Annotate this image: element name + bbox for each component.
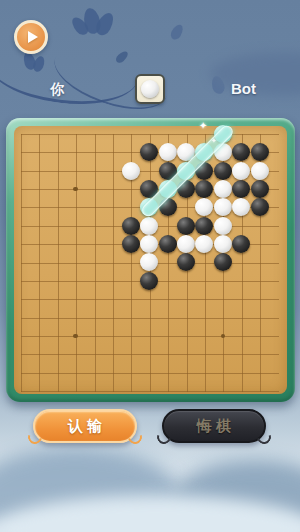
board-cell[interactable] (11, 253, 29, 271)
white-stone (214, 198, 232, 216)
board-cell[interactable] (177, 143, 195, 161)
board-cell[interactable] (48, 290, 66, 308)
flower-petal-decoration (81, 7, 102, 36)
board-cell[interactable] (232, 217, 250, 235)
board-cell[interactable] (85, 198, 103, 216)
board-cell[interactable] (85, 217, 103, 235)
board-cell[interactable] (48, 253, 66, 271)
board-cell[interactable] (177, 308, 195, 326)
board-cell[interactable] (103, 161, 121, 179)
board-cell[interactable] (11, 308, 29, 326)
board-cell[interactable] (103, 363, 121, 381)
board-cell[interactable] (232, 180, 250, 198)
board-cell[interactable] (48, 327, 66, 345)
board-cell[interactable] (30, 217, 48, 235)
white-stone (177, 235, 195, 253)
board-cell[interactable] (85, 272, 103, 290)
board-cell[interactable] (103, 253, 121, 271)
white-stone (140, 198, 158, 216)
board-cell[interactable] (250, 143, 268, 161)
board-cell[interactable] (250, 253, 268, 271)
board-cell[interactable] (103, 217, 121, 235)
black-stone (177, 217, 195, 235)
board-cell[interactable] (177, 125, 195, 143)
board-cell[interactable] (140, 363, 158, 381)
board-cell[interactable] (48, 180, 66, 198)
board-grid[interactable] (11, 125, 287, 400)
board-cell[interactable] (30, 161, 48, 179)
mist-mountain-decoration (0, 448, 180, 532)
flower-petal-decoration (69, 14, 91, 37)
board-cell[interactable] (158, 327, 176, 345)
board-cell[interactable] (85, 143, 103, 161)
board-cell[interactable] (214, 235, 232, 253)
white-stone (214, 180, 232, 198)
board-cell[interactable] (122, 253, 140, 271)
board-cell[interactable] (85, 308, 103, 326)
white-stone (251, 162, 269, 180)
board-cell[interactable] (122, 327, 140, 345)
board-cell[interactable] (232, 161, 250, 179)
board-cell[interactable] (250, 345, 268, 363)
board-cell[interactable] (232, 143, 250, 161)
board-cell[interactable] (122, 272, 140, 290)
board-cell[interactable] (48, 272, 66, 290)
black-stone (122, 217, 140, 235)
board-cell[interactable] (140, 308, 158, 326)
undo-button[interactable]: 悔棋 (162, 409, 266, 443)
board-cell[interactable] (85, 180, 103, 198)
flower-petal-decoration (93, 10, 117, 38)
board-cell[interactable] (11, 125, 29, 143)
board-cell[interactable] (140, 198, 158, 216)
board-cell[interactable] (232, 308, 250, 326)
board-cell[interactable] (103, 235, 121, 253)
board-cell[interactable] (103, 125, 121, 143)
board-cell[interactable] (103, 272, 121, 290)
board-cell[interactable] (48, 161, 66, 179)
board-cell[interactable] (214, 327, 232, 345)
board-cell[interactable] (269, 125, 287, 143)
board-cell[interactable] (48, 308, 66, 326)
board-cell[interactable] (158, 382, 176, 400)
board-cell[interactable] (250, 217, 268, 235)
board-cell[interactable] (140, 253, 158, 271)
board-cell[interactable] (177, 198, 195, 216)
board-cell[interactable] (11, 235, 29, 253)
black-stone (214, 162, 232, 180)
board-cell[interactable] (177, 235, 195, 253)
board-cell[interactable] (250, 382, 268, 400)
black-stone (214, 253, 232, 271)
board-cell[interactable] (140, 327, 158, 345)
board-cell[interactable] (250, 161, 268, 179)
board-cell[interactable] (195, 125, 213, 143)
board-cell[interactable] (66, 217, 84, 235)
board-cell[interactable] (103, 290, 121, 308)
board-cell[interactable] (140, 272, 158, 290)
white-stone (122, 162, 140, 180)
board-cell[interactable] (140, 290, 158, 308)
black-stone (159, 162, 177, 180)
board-cell[interactable] (66, 143, 84, 161)
board-cell[interactable] (122, 235, 140, 253)
board-cell[interactable] (250, 235, 268, 253)
board-cell[interactable] (158, 308, 176, 326)
board-cell[interactable] (66, 308, 84, 326)
board-cell[interactable] (214, 253, 232, 271)
board-cell[interactable] (232, 253, 250, 271)
board-cell[interactable] (195, 327, 213, 345)
board-cell[interactable] (85, 253, 103, 271)
board-cell[interactable] (158, 125, 176, 143)
board-cell[interactable] (122, 198, 140, 216)
board-cell[interactable] (269, 180, 287, 198)
board-cell[interactable] (269, 143, 287, 161)
board-cell[interactable] (195, 382, 213, 400)
play-icon (28, 31, 38, 43)
board-cell[interactable] (158, 253, 176, 271)
board-cell[interactable] (30, 363, 48, 381)
white-stone (195, 143, 213, 161)
turn-indicator (135, 74, 165, 104)
board-cell[interactable] (177, 272, 195, 290)
board-cell[interactable] (30, 253, 48, 271)
board-cell[interactable] (11, 327, 29, 345)
board-cell[interactable] (214, 363, 232, 381)
board-cell[interactable] (11, 143, 29, 161)
board-cell[interactable] (214, 180, 232, 198)
board-cell[interactable] (195, 345, 213, 363)
board-cell[interactable] (232, 327, 250, 345)
board-cell[interactable] (85, 125, 103, 143)
back-play-button[interactable] (14, 20, 48, 54)
board-cell[interactable] (214, 125, 232, 143)
board-cell[interactable] (140, 161, 158, 179)
board-cell[interactable] (48, 345, 66, 363)
board-cell[interactable] (66, 345, 84, 363)
board-cell[interactable] (269, 327, 287, 345)
board-cell[interactable] (30, 308, 48, 326)
board-cell[interactable] (250, 363, 268, 381)
board-cell[interactable] (30, 198, 48, 216)
white-stone (214, 217, 232, 235)
white-stone (195, 198, 213, 216)
board-cell[interactable] (232, 125, 250, 143)
black-stone (177, 253, 195, 271)
board-cell[interactable] (195, 363, 213, 381)
board-cell[interactable] (140, 143, 158, 161)
board-cell[interactable] (250, 290, 268, 308)
board-cell[interactable] (66, 235, 84, 253)
board-cell[interactable] (11, 161, 29, 179)
board-cell[interactable] (158, 198, 176, 216)
board-cell[interactable] (66, 161, 84, 179)
board-cell[interactable] (269, 345, 287, 363)
board-cell[interactable] (103, 327, 121, 345)
board-cell[interactable] (195, 180, 213, 198)
board-cell[interactable] (214, 382, 232, 400)
board-cell[interactable] (103, 180, 121, 198)
black-stone (232, 180, 250, 198)
white-stone (140, 253, 158, 271)
board-cell[interactable] (66, 198, 84, 216)
board-cell[interactable] (11, 198, 29, 216)
white-stone (177, 162, 195, 180)
white-stone (195, 235, 213, 253)
board-cell[interactable] (30, 180, 48, 198)
board-cell[interactable] (140, 125, 158, 143)
board-cell[interactable] (177, 161, 195, 179)
board-cell[interactable] (30, 327, 48, 345)
white-stone (214, 125, 232, 143)
board-cell[interactable] (177, 180, 195, 198)
board-cell[interactable] (11, 272, 29, 290)
mist-mountain-decoration (170, 460, 300, 532)
board-cell[interactable] (11, 180, 29, 198)
board-cell[interactable] (232, 235, 250, 253)
board-cell[interactable] (140, 235, 158, 253)
board-cell[interactable] (214, 143, 232, 161)
board-cell[interactable] (11, 382, 29, 400)
board-cell[interactable] (30, 345, 48, 363)
board-cell[interactable] (11, 363, 29, 381)
black-stone (251, 180, 269, 198)
board-cell[interactable] (250, 272, 268, 290)
board-cell[interactable] (195, 161, 213, 179)
board-cell[interactable] (269, 363, 287, 381)
board-cell[interactable] (232, 382, 250, 400)
board-cell[interactable] (103, 345, 121, 363)
board-cell[interactable] (158, 363, 176, 381)
falling-petal-decoration (169, 23, 186, 42)
white-stone (214, 235, 232, 253)
board-cell[interactable] (11, 345, 29, 363)
board-cell[interactable] (232, 272, 250, 290)
board-cell[interactable] (48, 143, 66, 161)
black-stone (140, 180, 158, 198)
black-stone (251, 198, 269, 216)
board-cell[interactable] (269, 161, 287, 179)
board-cell[interactable] (195, 143, 213, 161)
board-cell[interactable] (158, 180, 176, 198)
board-cell[interactable] (30, 235, 48, 253)
board-cell[interactable] (250, 125, 268, 143)
board-cell[interactable] (269, 290, 287, 308)
flower-petal-decoration (114, 49, 130, 64)
board-cell[interactable] (66, 125, 84, 143)
board-cell[interactable] (66, 327, 84, 345)
board-cell[interactable] (122, 308, 140, 326)
board-cell[interactable] (48, 125, 66, 143)
board-cell[interactable] (158, 290, 176, 308)
black-stone (232, 143, 250, 161)
board-cell[interactable] (177, 382, 195, 400)
board-cell[interactable] (122, 143, 140, 161)
board-cell[interactable] (195, 290, 213, 308)
board-cell[interactable] (85, 345, 103, 363)
board-cell[interactable] (269, 382, 287, 400)
board-cell[interactable] (66, 180, 84, 198)
player-right-label: Bot (231, 80, 256, 97)
board-cell[interactable] (177, 290, 195, 308)
board-cell[interactable] (122, 217, 140, 235)
board-cell[interactable] (214, 290, 232, 308)
board-cell[interactable] (214, 308, 232, 326)
board-cell[interactable] (158, 143, 176, 161)
board-cell[interactable] (140, 345, 158, 363)
board-cell[interactable] (214, 198, 232, 216)
board-cell[interactable] (85, 363, 103, 381)
black-stone (232, 235, 250, 253)
falling-petal-decoration (210, 75, 226, 96)
board-cell[interactable] (195, 272, 213, 290)
board-cell[interactable] (103, 382, 121, 400)
board-cell[interactable] (66, 272, 84, 290)
white-stone (214, 143, 232, 161)
board-cell[interactable] (48, 217, 66, 235)
board-cell[interactable] (195, 253, 213, 271)
board-cell[interactable] (30, 125, 48, 143)
board-cell[interactable] (158, 161, 176, 179)
board-cell[interactable] (250, 198, 268, 216)
board-cell[interactable] (232, 345, 250, 363)
board-cell[interactable] (122, 345, 140, 363)
white-stone (232, 198, 250, 216)
board-cell[interactable] (232, 198, 250, 216)
board-cell[interactable] (140, 217, 158, 235)
board-cell[interactable] (103, 198, 121, 216)
board-cell[interactable] (30, 290, 48, 308)
board-cell[interactable] (250, 180, 268, 198)
mist-decoration (0, 495, 300, 532)
board-cell[interactable] (269, 308, 287, 326)
board-cell[interactable] (122, 180, 140, 198)
board-cell[interactable] (11, 290, 29, 308)
board-cell[interactable] (122, 363, 140, 381)
board-cell[interactable] (195, 235, 213, 253)
board-cell[interactable] (177, 327, 195, 345)
white-stone (159, 180, 177, 198)
black-stone (195, 180, 213, 198)
board-cell[interactable] (195, 308, 213, 326)
board-cell[interactable] (103, 308, 121, 326)
white-stone-icon (141, 80, 159, 98)
board-cell[interactable] (269, 198, 287, 216)
resign-button[interactable]: 认输 (33, 409, 137, 443)
board-cell[interactable] (85, 235, 103, 253)
board-cell[interactable] (158, 235, 176, 253)
board-cell[interactable] (48, 235, 66, 253)
white-stone (159, 143, 177, 161)
board-cell[interactable] (140, 382, 158, 400)
board-cell[interactable] (177, 363, 195, 381)
black-stone (195, 162, 213, 180)
player-left-label: 你 (50, 81, 64, 99)
board-cell[interactable] (66, 382, 84, 400)
white-stone (177, 143, 195, 161)
board-cell[interactable] (140, 180, 158, 198)
board-cell[interactable] (122, 382, 140, 400)
board-cell[interactable] (177, 217, 195, 235)
board-cell[interactable] (158, 217, 176, 235)
board-cell[interactable] (177, 345, 195, 363)
board-cell[interactable] (11, 217, 29, 235)
board-cell[interactable] (122, 161, 140, 179)
white-stone (232, 162, 250, 180)
black-stone (251, 143, 269, 161)
board-cell[interactable] (214, 272, 232, 290)
board-cell[interactable] (269, 253, 287, 271)
board-cell[interactable] (122, 290, 140, 308)
black-stone (140, 272, 158, 290)
black-stone (122, 235, 140, 253)
board-cell[interactable] (214, 161, 232, 179)
board-cell[interactable] (48, 382, 66, 400)
board-cell[interactable] (30, 272, 48, 290)
board-cell[interactable] (232, 363, 250, 381)
board-cell[interactable] (30, 143, 48, 161)
board-cell[interactable] (250, 327, 268, 345)
board-cell[interactable] (103, 143, 121, 161)
board-cell[interactable] (214, 345, 232, 363)
black-stone (195, 217, 213, 235)
black-stone (159, 235, 177, 253)
board-cell[interactable] (195, 217, 213, 235)
board-cell[interactable] (177, 253, 195, 271)
black-stone (177, 180, 195, 198)
black-stone (159, 198, 177, 216)
board-cell[interactable] (66, 290, 84, 308)
board-cell[interactable] (66, 253, 84, 271)
white-stone (140, 217, 158, 235)
board-cell[interactable] (158, 272, 176, 290)
board-cell[interactable] (122, 125, 140, 143)
black-stone (140, 143, 158, 161)
board-cell[interactable] (85, 382, 103, 400)
flower-petal-decoration (31, 55, 46, 74)
white-stone (140, 235, 158, 253)
board-cell[interactable] (269, 217, 287, 235)
board-cell[interactable] (250, 308, 268, 326)
board-cell[interactable] (85, 290, 103, 308)
board-cell[interactable] (48, 363, 66, 381)
board-cell[interactable] (85, 327, 103, 345)
board-cell[interactable] (30, 382, 48, 400)
board-cell[interactable] (269, 235, 287, 253)
board-cell[interactable] (66, 363, 84, 381)
board-cell[interactable] (269, 272, 287, 290)
board-cell[interactable] (158, 345, 176, 363)
board-cell[interactable] (85, 161, 103, 179)
gomoku-app: 你 Bot ✦ ✦ 认输 悔棋 (0, 0, 300, 532)
board-cell[interactable] (232, 290, 250, 308)
board-cell[interactable] (214, 217, 232, 235)
board-cell[interactable] (195, 198, 213, 216)
board-cell[interactable] (48, 198, 66, 216)
